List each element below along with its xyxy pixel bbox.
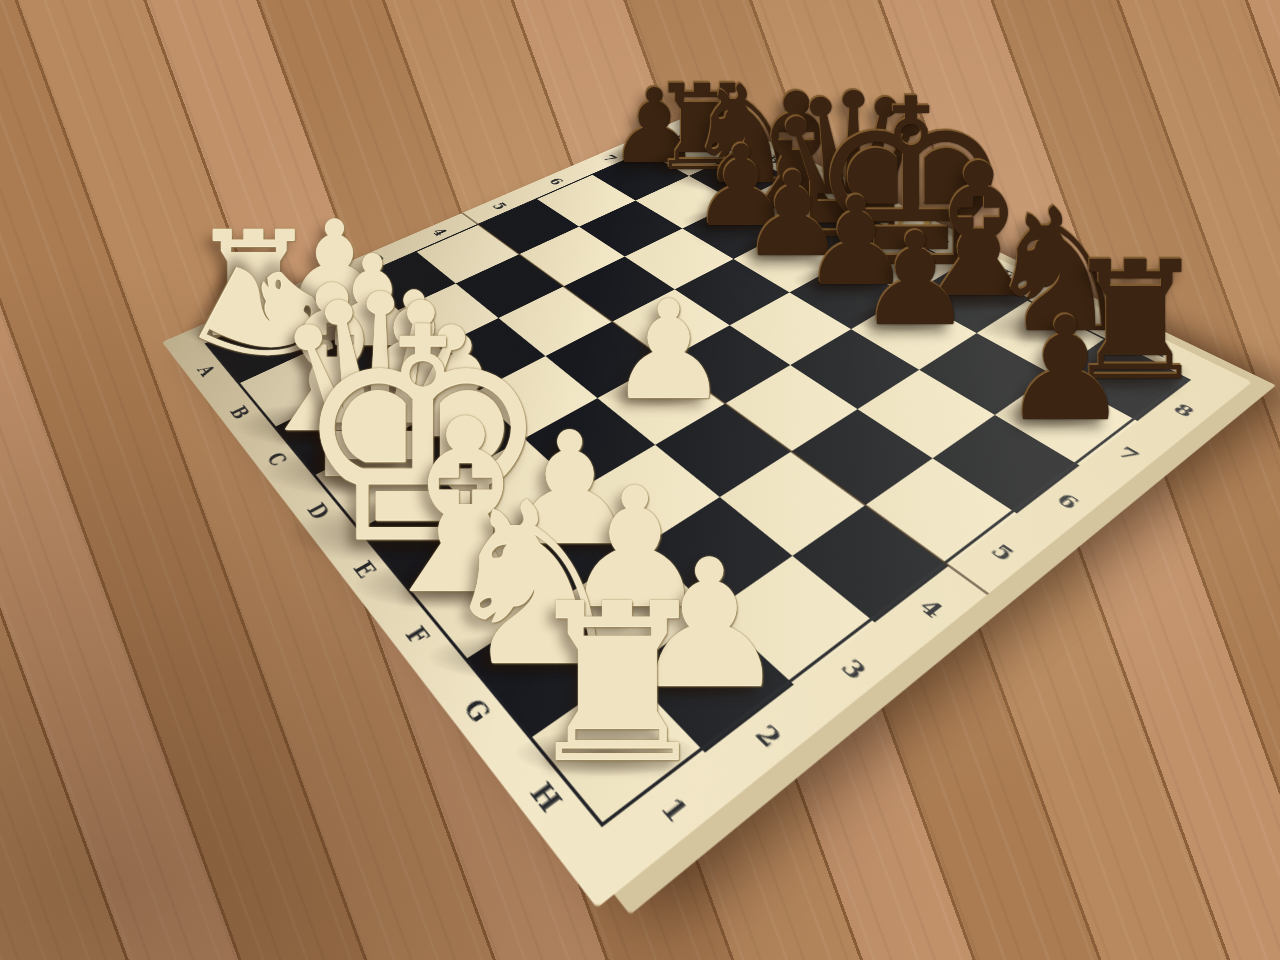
piece-black-pawn-f7[interactable]: ♟	[858, 215, 974, 344]
photo-scene: 1122334455667788AABBCCDDEEFFGGHH ♜♞♝♛♚♝♞…	[0, 0, 1280, 960]
piece-white-rook-h1[interactable]: ♜	[520, 573, 716, 791]
rank-label-se-5: 5	[978, 534, 1028, 571]
rank-label-se-3: 3	[827, 647, 881, 691]
piece-black-pawn-h7[interactable]: ♟	[1001, 297, 1130, 440]
rank-label-se-6: 6	[1044, 485, 1093, 519]
rank-label-se-4: 4	[906, 588, 958, 628]
